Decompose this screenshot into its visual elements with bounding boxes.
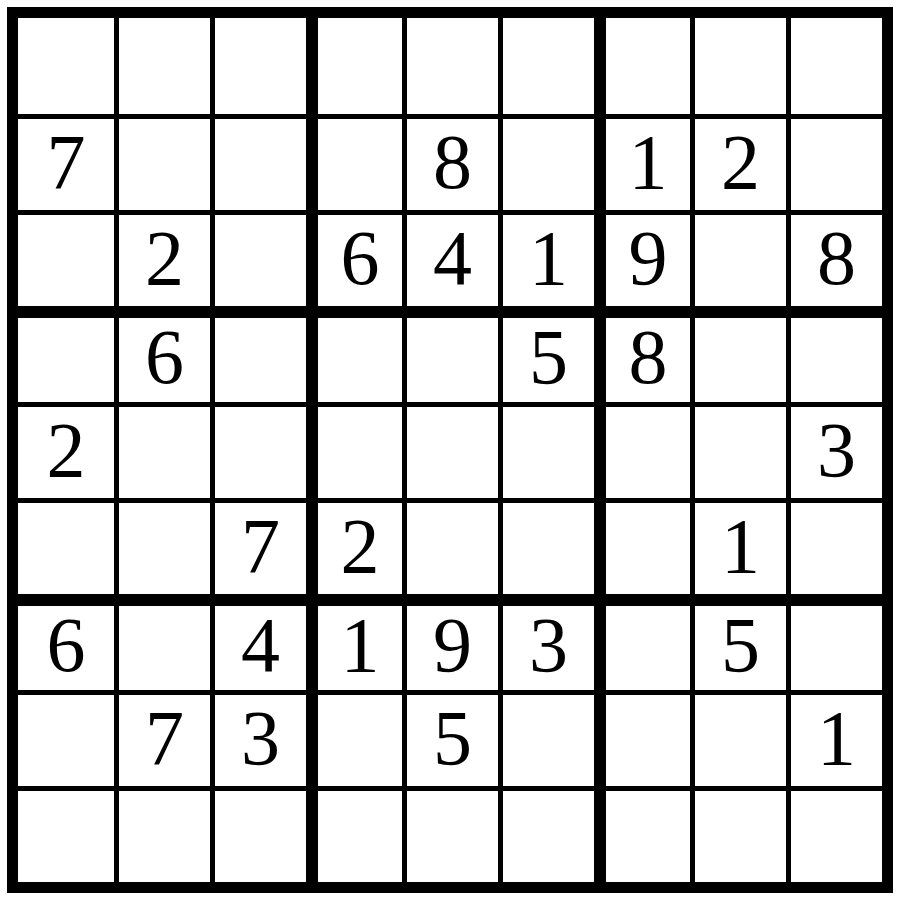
cell-r9c5[interactable]	[402, 786, 498, 882]
cell-r6c4[interactable]: 2	[306, 498, 402, 594]
cell-r6c9[interactable]	[786, 498, 882, 594]
cell-r7c8[interactable]: 5	[690, 594, 786, 690]
cell-r1c9[interactable]	[786, 18, 882, 114]
cell-r7c9[interactable]	[786, 594, 882, 690]
cell-r3c3[interactable]	[210, 210, 306, 306]
cell-r2c4[interactable]	[306, 114, 402, 210]
sudoku-board: 7 8 1 2 2 6 4 1 9 8 6 5 8 2 3	[7, 7, 893, 893]
cell-r7c4[interactable]: 1	[306, 594, 402, 690]
cell-r8c1[interactable]	[18, 690, 114, 786]
cell-r1c6[interactable]	[498, 18, 594, 114]
cell-r1c5[interactable]	[402, 18, 498, 114]
cell-r1c7[interactable]	[594, 18, 690, 114]
cell-r8c7[interactable]	[594, 690, 690, 786]
cell-r4c5[interactable]	[402, 306, 498, 402]
cell-r4c1[interactable]	[18, 306, 114, 402]
cell-r8c9[interactable]: 1	[786, 690, 882, 786]
cell-r1c1[interactable]	[18, 18, 114, 114]
cell-r7c2[interactable]	[114, 594, 210, 690]
cell-r3c5[interactable]: 4	[402, 210, 498, 306]
cell-r5c5[interactable]	[402, 402, 498, 498]
cell-r3c6[interactable]: 1	[498, 210, 594, 306]
cell-r1c4[interactable]	[306, 18, 402, 114]
cell-r2c8[interactable]: 2	[690, 114, 786, 210]
cell-r4c8[interactable]	[690, 306, 786, 402]
cell-r5c7[interactable]	[594, 402, 690, 498]
cell-r7c7[interactable]	[594, 594, 690, 690]
cell-r5c2[interactable]	[114, 402, 210, 498]
cell-r5c6[interactable]	[498, 402, 594, 498]
cell-r8c5[interactable]: 5	[402, 690, 498, 786]
cell-r7c1[interactable]: 6	[18, 594, 114, 690]
cell-r6c1[interactable]	[18, 498, 114, 594]
cell-r2c5[interactable]: 8	[402, 114, 498, 210]
cell-r9c1[interactable]	[18, 786, 114, 882]
cell-r6c8[interactable]: 1	[690, 498, 786, 594]
cell-r7c3[interactable]: 4	[210, 594, 306, 690]
cell-r9c3[interactable]	[210, 786, 306, 882]
cell-r1c2[interactable]	[114, 18, 210, 114]
cell-r6c6[interactable]	[498, 498, 594, 594]
cell-r4c3[interactable]	[210, 306, 306, 402]
cell-r8c6[interactable]	[498, 690, 594, 786]
cell-r4c2[interactable]: 6	[114, 306, 210, 402]
cell-r5c1[interactable]: 2	[18, 402, 114, 498]
cell-r5c8[interactable]	[690, 402, 786, 498]
cell-r9c7[interactable]	[594, 786, 690, 882]
cell-r7c6[interactable]: 3	[498, 594, 594, 690]
cell-r9c6[interactable]	[498, 786, 594, 882]
cell-r3c2[interactable]: 2	[114, 210, 210, 306]
cell-r9c9[interactable]	[786, 786, 882, 882]
cell-r5c9[interactable]: 3	[786, 402, 882, 498]
cell-r2c7[interactable]: 1	[594, 114, 690, 210]
cell-r9c2[interactable]	[114, 786, 210, 882]
cell-r2c3[interactable]	[210, 114, 306, 210]
cell-r8c4[interactable]	[306, 690, 402, 786]
cell-r2c6[interactable]	[498, 114, 594, 210]
cell-r5c3[interactable]	[210, 402, 306, 498]
cell-r8c8[interactable]	[690, 690, 786, 786]
cell-r6c3[interactable]: 7	[210, 498, 306, 594]
cell-r3c9[interactable]: 8	[786, 210, 882, 306]
cell-r6c7[interactable]	[594, 498, 690, 594]
cell-r3c4[interactable]: 6	[306, 210, 402, 306]
cell-r9c4[interactable]	[306, 786, 402, 882]
cell-r3c7[interactable]: 9	[594, 210, 690, 306]
cell-r4c7[interactable]: 8	[594, 306, 690, 402]
cell-r3c1[interactable]	[18, 210, 114, 306]
cell-r7c5[interactable]: 9	[402, 594, 498, 690]
cell-r4c9[interactable]	[786, 306, 882, 402]
cell-r4c6[interactable]: 5	[498, 306, 594, 402]
cell-r4c4[interactable]	[306, 306, 402, 402]
cell-r2c9[interactable]	[786, 114, 882, 210]
cell-r2c2[interactable]	[114, 114, 210, 210]
cell-r1c3[interactable]	[210, 18, 306, 114]
cell-r8c3[interactable]: 3	[210, 690, 306, 786]
cell-r5c4[interactable]	[306, 402, 402, 498]
cell-r3c8[interactable]	[690, 210, 786, 306]
cell-r6c5[interactable]	[402, 498, 498, 594]
sudoku-page: 7 8 1 2 2 6 4 1 9 8 6 5 8 2 3	[0, 0, 900, 900]
cell-r2c1[interactable]: 7	[18, 114, 114, 210]
cell-r9c8[interactable]	[690, 786, 786, 882]
cell-r8c2[interactable]: 7	[114, 690, 210, 786]
cell-r1c8[interactable]	[690, 18, 786, 114]
cell-r6c2[interactable]	[114, 498, 210, 594]
